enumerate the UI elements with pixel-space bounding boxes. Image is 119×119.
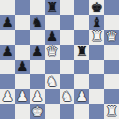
square-a1[interactable] <box>0 104 15 119</box>
piece-black-pawn[interactable]: ♟ <box>1 15 13 29</box>
square-d8[interactable]: ♜ <box>45 0 60 15</box>
square-c6[interactable] <box>30 30 45 45</box>
square-g5[interactable] <box>89 45 104 60</box>
square-f6[interactable] <box>74 30 89 45</box>
square-c8[interactable] <box>30 0 45 15</box>
square-c1[interactable]: ♚ <box>30 104 45 119</box>
square-a8[interactable] <box>0 0 15 15</box>
square-g7[interactable]: ♝ <box>89 15 104 30</box>
square-c2[interactable]: ♟ <box>30 89 45 104</box>
square-b6[interactable] <box>15 30 30 45</box>
square-h8[interactable] <box>104 0 119 15</box>
square-h6[interactable]: ♛ <box>104 30 119 45</box>
square-f4[interactable] <box>74 60 89 75</box>
piece-white-pawn[interactable]: ♟ <box>31 89 43 103</box>
piece-black-king[interactable]: ♚ <box>91 0 103 14</box>
piece-black-pawn[interactable]: ♟ <box>1 45 13 59</box>
square-d3[interactable]: ♞ <box>45 74 60 89</box>
square-a3[interactable] <box>0 74 15 89</box>
square-h1[interactable]: ♜ <box>104 104 119 119</box>
piece-white-knight[interactable]: ♞ <box>46 75 58 89</box>
square-e8[interactable] <box>60 0 75 15</box>
square-h7[interactable] <box>104 15 119 30</box>
piece-white-pawn[interactable]: ♟ <box>76 89 88 103</box>
square-e1[interactable] <box>60 104 75 119</box>
square-d2[interactable] <box>45 89 60 104</box>
square-f1[interactable] <box>74 104 89 119</box>
piece-white-king[interactable]: ♚ <box>31 104 43 118</box>
square-a2[interactable]: ♟ <box>0 89 15 104</box>
piece-black-bishop[interactable]: ♝ <box>91 15 103 29</box>
square-e2[interactable]: ♞ <box>60 89 75 104</box>
piece-white-pawn[interactable]: ♟ <box>1 89 13 103</box>
piece-black-pawn[interactable]: ♟ <box>16 60 28 74</box>
piece-black-rook[interactable]: ♜ <box>46 0 58 14</box>
square-f7[interactable] <box>74 15 89 30</box>
piece-white-queen[interactable]: ♛ <box>46 45 58 59</box>
square-g3[interactable] <box>89 74 104 89</box>
square-b1[interactable] <box>15 104 30 119</box>
square-c7[interactable]: ♞ <box>30 15 45 30</box>
square-d7[interactable] <box>45 15 60 30</box>
piece-black-rook[interactable]: ♜ <box>76 45 88 59</box>
square-g1[interactable] <box>89 104 104 119</box>
piece-white-knight[interactable]: ♞ <box>61 89 73 103</box>
square-d1[interactable] <box>45 104 60 119</box>
square-b2[interactable]: ♟ <box>15 89 30 104</box>
piece-white-rook[interactable]: ♜ <box>106 104 118 118</box>
square-g8[interactable]: ♚ <box>89 0 104 15</box>
square-e5[interactable] <box>60 45 75 60</box>
piece-white-rook[interactable]: ♜ <box>91 30 103 44</box>
square-b7[interactable] <box>15 15 30 30</box>
square-g6[interactable]: ♜ <box>89 30 104 45</box>
piece-black-pawn[interactable]: ♟ <box>46 30 58 44</box>
square-c5[interactable]: ♟ <box>30 45 45 60</box>
square-g4[interactable] <box>89 60 104 75</box>
square-h3[interactable] <box>104 74 119 89</box>
piece-black-pawn[interactable]: ♟ <box>31 45 43 59</box>
piece-white-queen[interactable]: ♛ <box>106 30 118 44</box>
square-f2[interactable]: ♟ <box>74 89 89 104</box>
square-f8[interactable] <box>74 0 89 15</box>
piece-white-pawn[interactable]: ♟ <box>16 89 28 103</box>
square-h2[interactable] <box>104 89 119 104</box>
square-b3[interactable] <box>15 74 30 89</box>
square-b8[interactable] <box>15 0 30 15</box>
square-e4[interactable] <box>60 60 75 75</box>
square-e6[interactable] <box>60 30 75 45</box>
square-d4[interactable] <box>45 60 60 75</box>
square-g2[interactable] <box>89 89 104 104</box>
square-a7[interactable]: ♟ <box>0 15 15 30</box>
square-a6[interactable] <box>0 30 15 45</box>
square-c3[interactable] <box>30 74 45 89</box>
square-b4[interactable]: ♟ <box>15 60 30 75</box>
square-d5[interactable]: ♛ <box>45 45 60 60</box>
square-h4[interactable] <box>104 60 119 75</box>
square-c4[interactable] <box>30 60 45 75</box>
square-a4[interactable] <box>0 60 15 75</box>
piece-black-knight[interactable]: ♞ <box>31 15 43 29</box>
square-e3[interactable] <box>60 74 75 89</box>
square-d6[interactable]: ♟ <box>45 30 60 45</box>
square-b5[interactable] <box>15 45 30 60</box>
square-f5[interactable]: ♜ <box>74 45 89 60</box>
square-h5[interactable] <box>104 45 119 60</box>
square-a5[interactable]: ♟ <box>0 45 15 60</box>
square-f3[interactable] <box>74 74 89 89</box>
square-e7[interactable] <box>60 15 75 30</box>
chess-board: ♜♚♟♞♝♟♜♛♟♟♛♜♟♞♟♟♟♞♟♚♜ <box>0 0 119 119</box>
